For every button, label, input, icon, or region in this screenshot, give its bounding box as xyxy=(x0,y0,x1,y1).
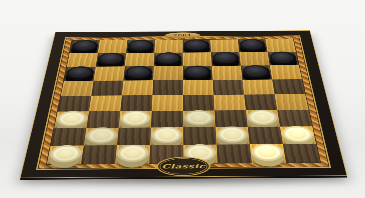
square-f7[interactable] xyxy=(211,52,241,66)
square-g5[interactable] xyxy=(242,80,274,95)
square-e7[interactable] xyxy=(183,52,212,66)
white-checker[interactable] xyxy=(48,145,83,163)
checkers-grid xyxy=(47,39,320,164)
white-checker[interactable] xyxy=(281,126,315,143)
square-d5[interactable] xyxy=(152,80,183,95)
square-g6[interactable] xyxy=(241,65,272,79)
square-e5[interactable] xyxy=(183,80,214,95)
white-checker[interactable] xyxy=(55,111,88,127)
white-checker[interactable] xyxy=(216,126,248,143)
square-b3[interactable] xyxy=(86,111,120,128)
square-f2[interactable] xyxy=(215,127,249,145)
square-f6[interactable] xyxy=(212,66,243,80)
square-e8[interactable] xyxy=(183,40,211,53)
square-b5[interactable] xyxy=(91,81,123,96)
square-d8[interactable] xyxy=(154,40,182,53)
square-g7[interactable] xyxy=(239,52,270,66)
white-checker[interactable] xyxy=(120,110,151,126)
square-a1[interactable] xyxy=(47,145,84,164)
square-c6[interactable] xyxy=(123,66,153,80)
black-checker[interactable] xyxy=(184,65,212,78)
square-b4[interactable] xyxy=(89,95,122,111)
white-checker[interactable] xyxy=(247,110,279,126)
square-h5[interactable] xyxy=(272,79,305,94)
decorative-rope-border xyxy=(38,36,330,169)
black-checker[interactable] xyxy=(212,52,240,65)
white-checker[interactable] xyxy=(251,144,285,162)
square-f3[interactable] xyxy=(214,110,247,127)
square-c8[interactable] xyxy=(126,40,155,53)
square-g3[interactable] xyxy=(246,110,280,127)
square-g8[interactable] xyxy=(238,39,268,52)
square-a8[interactable] xyxy=(70,40,100,53)
square-h4[interactable] xyxy=(275,94,309,110)
square-b2[interactable] xyxy=(84,128,119,146)
black-checker[interactable] xyxy=(268,51,297,64)
square-a2[interactable] xyxy=(51,128,87,146)
black-checker[interactable] xyxy=(127,40,154,52)
square-c4[interactable] xyxy=(120,95,152,111)
square-e3[interactable] xyxy=(183,110,215,127)
square-c5[interactable] xyxy=(122,80,153,95)
square-b8[interactable] xyxy=(98,40,128,53)
square-d2[interactable] xyxy=(150,127,183,145)
square-d4[interactable] xyxy=(152,95,183,111)
square-e6[interactable] xyxy=(183,66,213,80)
square-h2[interactable] xyxy=(280,126,316,144)
black-checker[interactable] xyxy=(97,53,125,66)
square-f5[interactable] xyxy=(213,80,244,95)
square-d7[interactable] xyxy=(154,53,183,67)
square-g1[interactable] xyxy=(250,144,286,163)
square-e4[interactable] xyxy=(183,95,214,111)
brand-medallion: Classic xyxy=(156,157,211,177)
photo-stage: 2001 Classic xyxy=(0,0,365,198)
square-g2[interactable] xyxy=(248,127,283,145)
black-checker[interactable] xyxy=(183,39,210,51)
square-a4[interactable] xyxy=(58,96,92,112)
black-checker[interactable] xyxy=(65,66,95,79)
square-d3[interactable] xyxy=(151,111,183,128)
square-h3[interactable] xyxy=(277,110,312,127)
square-c1[interactable] xyxy=(115,145,150,164)
white-checker[interactable] xyxy=(116,145,149,163)
black-checker[interactable] xyxy=(71,40,99,52)
black-checker[interactable] xyxy=(242,65,271,78)
square-g4[interactable] xyxy=(244,94,277,110)
square-f8[interactable] xyxy=(210,39,239,52)
square-a6[interactable] xyxy=(64,67,96,81)
square-e2[interactable] xyxy=(183,127,216,145)
far-medallion-text: 2001 xyxy=(173,34,192,38)
black-checker[interactable] xyxy=(124,66,153,79)
square-h8[interactable] xyxy=(265,39,295,52)
square-h7[interactable] xyxy=(268,52,299,66)
square-a3[interactable] xyxy=(54,111,89,128)
square-b1[interactable] xyxy=(81,145,117,164)
black-checker[interactable] xyxy=(239,39,267,51)
brand-medallion-text: Classic xyxy=(162,163,206,170)
white-checker[interactable] xyxy=(85,127,118,144)
square-b6[interactable] xyxy=(94,66,125,80)
square-c2[interactable] xyxy=(117,127,151,145)
square-b7[interactable] xyxy=(96,53,126,67)
square-c3[interactable] xyxy=(119,111,152,128)
square-c7[interactable] xyxy=(125,53,155,67)
checkers-board-mat: 2001 Classic xyxy=(21,31,347,178)
square-a5[interactable] xyxy=(61,81,94,96)
square-d6[interactable] xyxy=(153,66,183,80)
square-a7[interactable] xyxy=(67,53,98,67)
black-checker[interactable] xyxy=(155,52,182,65)
perspective-wrapper: 2001 Classic xyxy=(39,0,327,198)
white-checker[interactable] xyxy=(151,127,182,144)
square-f1[interactable] xyxy=(217,144,252,163)
square-f4[interactable] xyxy=(214,95,246,111)
square-h6[interactable] xyxy=(270,65,302,79)
square-h1[interactable] xyxy=(283,144,320,163)
white-checker[interactable] xyxy=(184,110,214,126)
